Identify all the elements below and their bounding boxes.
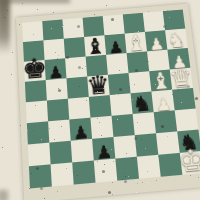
square-c1 xyxy=(72,161,95,185)
square-h5 xyxy=(170,68,193,90)
square-d6 xyxy=(86,55,108,77)
square-f2 xyxy=(135,133,159,156)
square-f8 xyxy=(123,13,145,34)
square-g1 xyxy=(158,153,182,177)
square-c8 xyxy=(62,18,84,39)
chess-board-grid xyxy=(22,10,200,189)
photo-edge-smudge-topleft xyxy=(0,0,10,54)
square-h8 xyxy=(163,10,185,31)
square-d4 xyxy=(89,95,112,118)
square-a1 xyxy=(29,164,52,188)
square-a5 xyxy=(25,80,47,102)
square-g5 xyxy=(149,69,172,91)
square-e2 xyxy=(113,135,136,158)
square-h7 xyxy=(165,29,188,50)
square-a4 xyxy=(26,100,48,123)
square-b4 xyxy=(47,99,69,122)
square-a3 xyxy=(27,121,49,144)
square-f6 xyxy=(127,51,150,73)
square-e4 xyxy=(110,93,133,116)
square-c2 xyxy=(71,139,94,163)
square-d8 xyxy=(83,16,105,37)
square-f4 xyxy=(131,91,154,113)
square-g8 xyxy=(143,11,165,32)
square-c6 xyxy=(65,57,87,79)
square-g2 xyxy=(156,131,180,154)
square-e3 xyxy=(112,114,135,137)
square-g4 xyxy=(151,90,174,112)
chessboard-photo: ❖ ♚♟♝♟♝♟♞♟♛♝♛♞♟♟♟♞♚ xyxy=(0,0,200,200)
square-e1 xyxy=(115,157,139,181)
square-b2 xyxy=(49,141,72,165)
square-d7 xyxy=(84,35,106,56)
photo-grain-dark xyxy=(0,0,1,1)
square-h3 xyxy=(175,109,199,132)
square-g3 xyxy=(154,110,178,133)
square-a8 xyxy=(22,21,43,42)
square-h1 xyxy=(180,151,200,175)
square-b1 xyxy=(51,162,74,186)
square-d1 xyxy=(94,159,118,183)
square-e6 xyxy=(106,53,128,75)
square-g6 xyxy=(147,50,170,72)
square-g7 xyxy=(145,30,168,51)
square-f7 xyxy=(125,32,147,53)
square-e5 xyxy=(108,73,131,95)
square-c7 xyxy=(64,37,86,58)
square-d5 xyxy=(87,75,110,97)
square-f1 xyxy=(137,155,161,179)
square-h6 xyxy=(167,48,190,70)
square-h4 xyxy=(172,88,195,110)
square-h2 xyxy=(177,130,200,153)
square-b6 xyxy=(45,58,67,80)
square-b8 xyxy=(42,19,63,40)
square-d2 xyxy=(92,137,115,161)
square-f5 xyxy=(129,71,152,93)
square-e8 xyxy=(103,14,125,35)
photo-edge-smudge-top xyxy=(0,0,70,3)
square-a6 xyxy=(24,60,46,82)
square-a2 xyxy=(28,143,51,167)
square-a7 xyxy=(23,40,45,61)
square-b5 xyxy=(46,78,68,100)
square-e7 xyxy=(104,34,126,55)
square-b7 xyxy=(43,39,65,60)
chess-board: ❖ ♚♟♝♟♝♟♞♟♛♝♛♞♟♟♟♞♚ xyxy=(16,4,200,200)
photo-grain-light xyxy=(0,0,1,1)
square-f3 xyxy=(133,112,156,135)
square-c5 xyxy=(66,77,88,99)
square-c3 xyxy=(69,118,92,141)
square-c4 xyxy=(68,97,91,120)
square-b3 xyxy=(48,119,71,142)
photo-edge-smudge-bottomleft xyxy=(0,190,8,200)
square-d3 xyxy=(90,116,113,139)
